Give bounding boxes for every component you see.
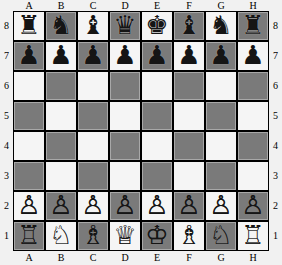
square-h5[interactable] bbox=[237, 101, 269, 131]
file-label-bottom-a: A bbox=[13, 251, 45, 265]
square-f7[interactable]: ♟ bbox=[173, 41, 205, 71]
piece-white-rook[interactable]: ♖ bbox=[17, 222, 40, 248]
file-label-top-b: B bbox=[45, 0, 77, 11]
rank-label-left-2: 2 bbox=[0, 191, 13, 221]
file-label-bottom-e: E bbox=[141, 251, 173, 265]
square-c2[interactable]: ♙ bbox=[77, 191, 109, 221]
square-h3[interactable] bbox=[237, 161, 269, 191]
square-g6[interactable] bbox=[205, 71, 237, 101]
rank-label-right-2: 2 bbox=[269, 191, 282, 221]
piece-black-pawn[interactable]: ♟ bbox=[113, 42, 136, 68]
rank-label-left-8: 8 bbox=[0, 11, 13, 41]
square-g8[interactable]: ♞ bbox=[205, 11, 237, 41]
square-a8[interactable]: ♜ bbox=[13, 11, 45, 41]
square-b3[interactable] bbox=[45, 161, 77, 191]
square-d2[interactable]: ♙ bbox=[109, 191, 141, 221]
square-f5[interactable] bbox=[173, 101, 205, 131]
square-e4[interactable] bbox=[141, 131, 173, 161]
square-e1[interactable]: ♔ bbox=[141, 221, 173, 251]
rank-label-left-6: 6 bbox=[0, 71, 13, 101]
square-g1[interactable]: ♘ bbox=[205, 221, 237, 251]
square-e5[interactable] bbox=[141, 101, 173, 131]
square-a1[interactable]: ♖ bbox=[13, 221, 45, 251]
piece-black-bishop[interactable]: ♝ bbox=[81, 12, 104, 38]
square-f3[interactable] bbox=[173, 161, 205, 191]
piece-black-pawn[interactable]: ♟ bbox=[209, 42, 232, 68]
rank-label-right-5: 5 bbox=[269, 101, 282, 131]
piece-white-pawn[interactable]: ♙ bbox=[49, 192, 72, 218]
rank-label-right-6: 6 bbox=[269, 71, 282, 101]
square-c1[interactable]: ♗ bbox=[77, 221, 109, 251]
piece-black-pawn[interactable]: ♟ bbox=[49, 42, 72, 68]
file-label-bottom-b: B bbox=[45, 251, 77, 265]
piece-white-king[interactable]: ♔ bbox=[145, 222, 168, 248]
square-d6[interactable] bbox=[109, 71, 141, 101]
square-h1[interactable]: ♖ bbox=[237, 221, 269, 251]
file-label-top-f: F bbox=[173, 0, 205, 11]
rank-label-left-4: 4 bbox=[0, 131, 13, 161]
square-a7[interactable]: ♟ bbox=[13, 41, 45, 71]
piece-black-pawn[interactable]: ♟ bbox=[17, 42, 40, 68]
file-label-top-h: H bbox=[237, 0, 269, 11]
file-label-bottom-g: G bbox=[205, 251, 237, 265]
corner-top-left bbox=[0, 0, 13, 11]
square-c4[interactable] bbox=[77, 131, 109, 161]
file-label-top-a: A bbox=[13, 0, 45, 11]
chess-board: ABCDEFGH8♜♞♝♛♚♝♞♜87♟♟♟♟♟♟♟♟7665544332♙♙♙… bbox=[0, 0, 282, 265]
file-label-top-g: G bbox=[205, 0, 237, 11]
file-label-bottom-h: H bbox=[237, 251, 269, 265]
square-g2[interactable]: ♙ bbox=[205, 191, 237, 221]
square-f1[interactable]: ♗ bbox=[173, 221, 205, 251]
rank-label-left-1: 1 bbox=[0, 221, 13, 251]
square-g7[interactable]: ♟ bbox=[205, 41, 237, 71]
square-e8[interactable]: ♚ bbox=[141, 11, 173, 41]
piece-black-pawn[interactable]: ♟ bbox=[81, 42, 104, 68]
piece-black-pawn[interactable]: ♟ bbox=[145, 42, 168, 68]
square-f6[interactable] bbox=[173, 71, 205, 101]
file-label-bottom-f: F bbox=[173, 251, 205, 265]
piece-black-knight[interactable]: ♞ bbox=[49, 12, 72, 38]
rank-label-right-1: 1 bbox=[269, 221, 282, 251]
square-a4[interactable] bbox=[13, 131, 45, 161]
piece-white-pawn[interactable]: ♙ bbox=[113, 192, 136, 218]
square-h8[interactable]: ♜ bbox=[237, 11, 269, 41]
piece-black-rook[interactable]: ♜ bbox=[241, 12, 264, 38]
rank-label-right-3: 3 bbox=[269, 161, 282, 191]
piece-white-bishop[interactable]: ♗ bbox=[177, 222, 200, 248]
square-f4[interactable] bbox=[173, 131, 205, 161]
piece-black-knight[interactable]: ♞ bbox=[209, 12, 232, 38]
square-a2[interactable]: ♙ bbox=[13, 191, 45, 221]
square-g3[interactable] bbox=[205, 161, 237, 191]
square-c8[interactable]: ♝ bbox=[77, 11, 109, 41]
rank-label-left-3: 3 bbox=[0, 161, 13, 191]
square-a3[interactable] bbox=[13, 161, 45, 191]
square-b6[interactable] bbox=[45, 71, 77, 101]
square-h2[interactable]: ♙ bbox=[237, 191, 269, 221]
square-c7[interactable]: ♟ bbox=[77, 41, 109, 71]
rank-label-right-8: 8 bbox=[269, 11, 282, 41]
piece-white-pawn[interactable]: ♙ bbox=[145, 192, 168, 218]
file-label-top-e: E bbox=[141, 0, 173, 11]
square-h4[interactable] bbox=[237, 131, 269, 161]
rank-label-right-7: 7 bbox=[269, 41, 282, 71]
square-g5[interactable] bbox=[205, 101, 237, 131]
square-d4[interactable] bbox=[109, 131, 141, 161]
square-a5[interactable] bbox=[13, 101, 45, 131]
square-e6[interactable] bbox=[141, 71, 173, 101]
piece-black-bishop[interactable]: ♝ bbox=[177, 12, 200, 38]
square-b4[interactable] bbox=[45, 131, 77, 161]
square-c5[interactable] bbox=[77, 101, 109, 131]
square-b2[interactable]: ♙ bbox=[45, 191, 77, 221]
square-d3[interactable] bbox=[109, 161, 141, 191]
file-label-bottom-d: D bbox=[109, 251, 141, 265]
square-e7[interactable]: ♟ bbox=[141, 41, 173, 71]
piece-white-knight[interactable]: ♘ bbox=[209, 222, 232, 248]
square-a6[interactable] bbox=[13, 71, 45, 101]
square-b8[interactable]: ♞ bbox=[45, 11, 77, 41]
piece-white-queen[interactable]: ♕ bbox=[113, 222, 136, 248]
piece-black-pawn[interactable]: ♟ bbox=[241, 42, 264, 68]
square-d1[interactable]: ♕ bbox=[109, 221, 141, 251]
piece-black-pawn[interactable]: ♟ bbox=[177, 42, 200, 68]
square-c3[interactable] bbox=[77, 161, 109, 191]
file-label-top-d: D bbox=[109, 0, 141, 11]
piece-black-king[interactable]: ♚ bbox=[145, 12, 168, 38]
rank-label-left-7: 7 bbox=[0, 41, 13, 71]
rank-label-left-5: 5 bbox=[0, 101, 13, 131]
square-h6[interactable] bbox=[237, 71, 269, 101]
square-b1[interactable]: ♘ bbox=[45, 221, 77, 251]
piece-white-rook[interactable]: ♖ bbox=[241, 222, 264, 248]
square-c6[interactable] bbox=[77, 71, 109, 101]
corner-top-right bbox=[269, 0, 282, 11]
piece-white-pawn[interactable]: ♙ bbox=[241, 192, 264, 218]
corner-bottom-left bbox=[0, 251, 13, 265]
rank-label-right-4: 4 bbox=[269, 131, 282, 161]
square-f2[interactable]: ♙ bbox=[173, 191, 205, 221]
file-label-top-c: C bbox=[77, 0, 109, 11]
piece-white-bishop[interactable]: ♗ bbox=[81, 222, 104, 248]
square-e2[interactable]: ♙ bbox=[141, 191, 173, 221]
square-d7[interactable]: ♟ bbox=[109, 41, 141, 71]
corner-bottom-right bbox=[269, 251, 282, 265]
square-e3[interactable] bbox=[141, 161, 173, 191]
piece-white-pawn[interactable]: ♙ bbox=[17, 192, 40, 218]
square-g4[interactable] bbox=[205, 131, 237, 161]
piece-white-pawn[interactable]: ♙ bbox=[177, 192, 200, 218]
square-d5[interactable] bbox=[109, 101, 141, 131]
piece-white-pawn[interactable]: ♙ bbox=[209, 192, 232, 218]
square-h7[interactable]: ♟ bbox=[237, 41, 269, 71]
piece-white-pawn[interactable]: ♙ bbox=[81, 192, 104, 218]
square-b5[interactable] bbox=[45, 101, 77, 131]
square-b7[interactable]: ♟ bbox=[45, 41, 77, 71]
file-label-bottom-c: C bbox=[77, 251, 109, 265]
square-d8[interactable]: ♛ bbox=[109, 11, 141, 41]
piece-white-knight[interactable]: ♘ bbox=[49, 222, 72, 248]
square-f8[interactable]: ♝ bbox=[173, 11, 205, 41]
piece-black-rook[interactable]: ♜ bbox=[17, 12, 40, 38]
piece-black-queen[interactable]: ♛ bbox=[113, 12, 136, 38]
